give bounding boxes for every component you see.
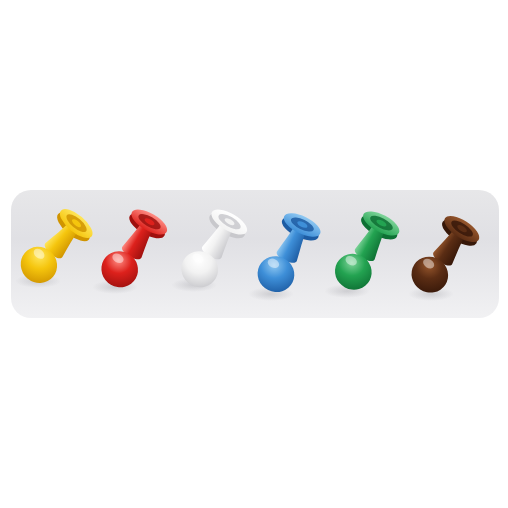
product-photo bbox=[0, 0, 508, 508]
